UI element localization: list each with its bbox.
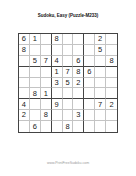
cell-r2c1[interactable]: 8 <box>19 45 30 56</box>
cell-r9c5[interactable]: 8 <box>63 121 74 132</box>
page-title: Sudoku, Easy (Puzzle-M233) <box>0 13 136 19</box>
cell-r4c4[interactable]: 1 <box>52 67 63 78</box>
cell-r4c6[interactable]: 8 <box>73 67 84 78</box>
cell-r1c9[interactable] <box>106 34 117 45</box>
cell-r8c9[interactable] <box>106 110 117 121</box>
cell-r5c9[interactable] <box>106 78 117 89</box>
cell-r2c2[interactable] <box>30 45 41 56</box>
cell-r9c8[interactable] <box>95 121 106 132</box>
cell-r9c3[interactable] <box>41 121 52 132</box>
cell-r8c4[interactable] <box>52 110 63 121</box>
cell-r1c8[interactable]: 2 <box>95 34 106 45</box>
cell-r3c3[interactable]: 7 <box>41 56 52 67</box>
cell-r5c6[interactable]: 2 <box>73 78 84 89</box>
cell-r8c7[interactable] <box>84 110 95 121</box>
cell-r1c2[interactable]: 1 <box>30 34 41 45</box>
cell-r8c3[interactable]: 8 <box>41 110 52 121</box>
cell-r7c3[interactable] <box>41 99 52 110</box>
cell-r8c1[interactable]: 2 <box>19 110 30 121</box>
cell-r1c3[interactable] <box>41 34 52 45</box>
cell-r2c3[interactable] <box>41 45 52 56</box>
cell-r6c6[interactable] <box>73 88 84 99</box>
cell-r5c3[interactable] <box>41 78 52 89</box>
cell-r4c8[interactable] <box>95 67 106 78</box>
cell-r2c9[interactable] <box>106 45 117 56</box>
cell-r4c7[interactable]: 6 <box>84 67 95 78</box>
cell-r4c1[interactable] <box>19 67 30 78</box>
cell-r7c8[interactable]: 7 <box>95 99 106 110</box>
cell-r8c8[interactable] <box>95 110 106 121</box>
cell-r9c2[interactable]: 6 <box>30 121 41 132</box>
cell-r6c8[interactable] <box>95 88 106 99</box>
cell-r6c4[interactable] <box>52 88 63 99</box>
cell-r2c8[interactable]: 5 <box>95 45 106 56</box>
cell-r5c5[interactable]: 5 <box>63 78 74 89</box>
cell-r5c4[interactable]: 3 <box>52 78 63 89</box>
cell-r5c8[interactable] <box>95 78 106 89</box>
cell-r8c6[interactable]: 3 <box>73 110 84 121</box>
cell-r1c1[interactable]: 6 <box>19 34 30 45</box>
cell-r1c7[interactable] <box>84 34 95 45</box>
cell-r6c9[interactable] <box>106 88 117 99</box>
cell-r9c4[interactable] <box>52 121 63 132</box>
cell-r3c7[interactable] <box>84 56 95 67</box>
cell-r9c9[interactable] <box>106 121 117 132</box>
cell-r6c5[interactable] <box>63 88 74 99</box>
cell-r7c6[interactable] <box>73 99 84 110</box>
cell-r7c5[interactable] <box>63 99 74 110</box>
cell-r1c4[interactable]: 8 <box>52 34 63 45</box>
cell-r8c2[interactable] <box>30 110 41 121</box>
cell-r3c1[interactable] <box>19 56 30 67</box>
cell-r3c2[interactable]: 5 <box>30 56 41 67</box>
cell-r3c5[interactable] <box>63 56 74 67</box>
cell-r3c4[interactable]: 4 <box>52 56 63 67</box>
cell-r8c5[interactable] <box>63 110 74 121</box>
footer-url: www.PrintFreeSudoku.com <box>0 161 136 166</box>
cell-r4c5[interactable]: 7 <box>63 67 74 78</box>
cell-r9c7[interactable] <box>84 121 95 132</box>
cell-r6c3[interactable]: 1 <box>41 88 52 99</box>
cell-r7c1[interactable]: 4 <box>19 99 30 110</box>
sudoku-sheet: Sudoku, Easy (Puzzle-M233) 6182855746817… <box>0 0 136 176</box>
cell-r5c1[interactable] <box>19 78 30 89</box>
cell-r9c6[interactable] <box>73 121 84 132</box>
cell-r6c2[interactable]: 8 <box>30 88 41 99</box>
cell-r6c7[interactable] <box>84 88 95 99</box>
cell-r3c9[interactable]: 8 <box>106 56 117 67</box>
cell-r3c8[interactable] <box>95 56 106 67</box>
cell-r2c5[interactable] <box>63 45 74 56</box>
cell-r6c1[interactable] <box>19 88 30 99</box>
cell-r4c2[interactable] <box>30 67 41 78</box>
cell-r9c1[interactable] <box>19 121 30 132</box>
sudoku-board: 61828557468178635281497228368 <box>18 33 118 133</box>
cell-r4c9[interactable] <box>106 67 117 78</box>
cell-r2c4[interactable] <box>52 45 63 56</box>
cell-r3c6[interactable]: 6 <box>73 56 84 67</box>
cell-r2c7[interactable] <box>84 45 95 56</box>
cell-r7c9[interactable]: 2 <box>106 99 117 110</box>
cell-r4c3[interactable] <box>41 67 52 78</box>
cell-r5c7[interactable] <box>84 78 95 89</box>
cell-r5c2[interactable] <box>30 78 41 89</box>
cell-r7c7[interactable] <box>84 99 95 110</box>
cell-r7c2[interactable] <box>30 99 41 110</box>
cell-r7c4[interactable]: 9 <box>52 99 63 110</box>
cell-r1c6[interactable] <box>73 34 84 45</box>
cell-r1c5[interactable] <box>63 34 74 45</box>
cell-r2c6[interactable] <box>73 45 84 56</box>
